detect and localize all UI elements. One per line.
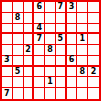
cell-r7c2[interactable]: 5 xyxy=(13,67,24,78)
cell-r6c3[interactable] xyxy=(24,56,35,67)
cell-r9c6[interactable] xyxy=(56,88,67,99)
cell-r3c7[interactable] xyxy=(67,24,78,35)
cell-r1c8[interactable] xyxy=(77,2,88,13)
cell-r8c2[interactable] xyxy=(13,77,24,88)
cell-r3c6[interactable] xyxy=(56,24,67,35)
cell-r2c1[interactable] xyxy=(2,13,13,24)
cell-r3c8[interactable] xyxy=(77,24,88,35)
cell-r1c7[interactable]: 3 xyxy=(67,2,78,13)
cell-r1c5[interactable] xyxy=(45,2,56,13)
cell-r3c5[interactable] xyxy=(45,24,56,35)
cell-r4c6[interactable]: 5 xyxy=(56,34,67,45)
cell-r4c4[interactable]: 7 xyxy=(34,34,45,45)
cell-r8c9[interactable] xyxy=(88,77,99,88)
cell-r7c9[interactable]: 2 xyxy=(88,67,99,78)
cell-r1c1[interactable] xyxy=(2,2,13,13)
cell-r5c3[interactable]: 2 xyxy=(24,45,35,56)
cell-r3c2[interactable] xyxy=(13,24,24,35)
sudoku-board: 67384751283658217 xyxy=(0,0,101,101)
cell-r6c7[interactable]: 6 xyxy=(67,56,78,67)
cell-r6c6[interactable] xyxy=(56,56,67,67)
cell-r2c3[interactable] xyxy=(24,13,35,24)
cell-r7c6[interactable] xyxy=(56,67,67,78)
cell-r2c2[interactable]: 8 xyxy=(13,13,24,24)
cell-r5c9[interactable] xyxy=(88,45,99,56)
cell-r9c7[interactable] xyxy=(67,88,78,99)
cell-r7c8[interactable]: 8 xyxy=(77,67,88,78)
cell-r8c7[interactable] xyxy=(67,77,78,88)
cell-r6c9[interactable] xyxy=(88,56,99,67)
cell-r4c9[interactable] xyxy=(88,34,99,45)
cell-r5c8[interactable] xyxy=(77,45,88,56)
cell-r6c5[interactable] xyxy=(45,56,56,67)
cell-r8c4[interactable] xyxy=(34,77,45,88)
cell-r9c3[interactable] xyxy=(24,88,35,99)
cell-r6c4[interactable] xyxy=(34,56,45,67)
cell-r5c7[interactable] xyxy=(67,45,78,56)
cell-r6c8[interactable] xyxy=(77,56,88,67)
cell-r3c4[interactable]: 4 xyxy=(34,24,45,35)
cell-r4c7[interactable] xyxy=(67,34,78,45)
cell-r6c1[interactable]: 3 xyxy=(2,56,13,67)
cell-r9c9[interactable] xyxy=(88,88,99,99)
cell-r5c5[interactable]: 8 xyxy=(45,45,56,56)
cell-r9c5[interactable] xyxy=(45,88,56,99)
cell-r5c2[interactable] xyxy=(13,45,24,56)
cell-r4c8[interactable]: 1 xyxy=(77,34,88,45)
cell-r5c6[interactable] xyxy=(56,45,67,56)
cell-r2c6[interactable] xyxy=(56,13,67,24)
cell-r1c6[interactable]: 7 xyxy=(56,2,67,13)
cell-r6c2[interactable] xyxy=(13,56,24,67)
cell-r7c3[interactable] xyxy=(24,67,35,78)
cell-r8c3[interactable] xyxy=(24,77,35,88)
cell-r9c2[interactable] xyxy=(13,88,24,99)
cell-r7c7[interactable] xyxy=(67,67,78,78)
cell-r2c7[interactable] xyxy=(67,13,78,24)
cell-r1c9[interactable] xyxy=(88,2,99,13)
cell-r5c1[interactable] xyxy=(2,45,13,56)
cell-r8c8[interactable] xyxy=(77,77,88,88)
cell-r9c4[interactable] xyxy=(34,88,45,99)
cell-r5c4[interactable] xyxy=(34,45,45,56)
cell-r2c4[interactable] xyxy=(34,13,45,24)
cell-r8c6[interactable] xyxy=(56,77,67,88)
cell-r4c5[interactable] xyxy=(45,34,56,45)
cell-r2c5[interactable] xyxy=(45,13,56,24)
cell-r1c4[interactable]: 6 xyxy=(34,2,45,13)
cell-r7c4[interactable] xyxy=(34,67,45,78)
cell-r3c1[interactable] xyxy=(2,24,13,35)
cell-r1c2[interactable] xyxy=(13,2,24,13)
cell-r9c8[interactable] xyxy=(77,88,88,99)
cell-r4c2[interactable] xyxy=(13,34,24,45)
cell-r2c8[interactable] xyxy=(77,13,88,24)
cell-r7c1[interactable] xyxy=(2,67,13,78)
cell-r3c9[interactable] xyxy=(88,24,99,35)
cell-r4c1[interactable] xyxy=(2,34,13,45)
cell-r4c3[interactable] xyxy=(24,34,35,45)
cell-r8c5[interactable]: 1 xyxy=(45,77,56,88)
cell-r9c1[interactable]: 7 xyxy=(2,88,13,99)
cell-r2c9[interactable] xyxy=(88,13,99,24)
cell-r8c1[interactable] xyxy=(2,77,13,88)
cell-r7c5[interactable] xyxy=(45,67,56,78)
cell-r1c3[interactable] xyxy=(24,2,35,13)
cell-r3c3[interactable] xyxy=(24,24,35,35)
